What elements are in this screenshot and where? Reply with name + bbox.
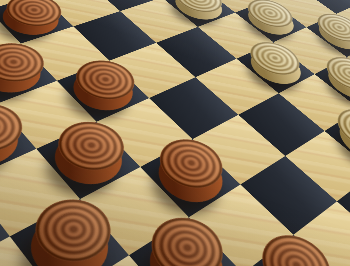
- checkers-board: [0, 0, 350, 266]
- checkers-board-photo: [0, 0, 350, 266]
